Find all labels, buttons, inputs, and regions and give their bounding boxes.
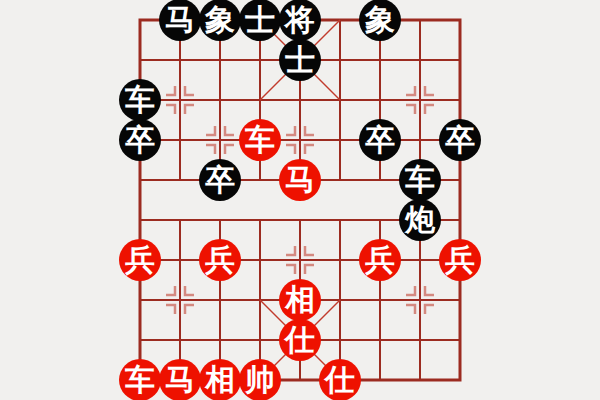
red-soldier[interactable]: 兵 <box>359 239 401 281</box>
red-elephant[interactable]: 相 <box>199 359 241 400</box>
black-horse[interactable]: 马 <box>159 0 201 41</box>
red-soldier[interactable]: 兵 <box>439 239 481 281</box>
xiangqi-board-screenshot: 马象士将象士车卒车卒卒卒马车炮兵兵兵兵相仕车马相帅仕 <box>0 0 600 400</box>
red-advisor[interactable]: 仕 <box>279 319 321 361</box>
black-soldier[interactable]: 卒 <box>359 119 401 161</box>
red-soldier[interactable]: 兵 <box>199 239 241 281</box>
black-advisor[interactable]: 士 <box>279 39 321 81</box>
black-general[interactable]: 将 <box>279 0 321 41</box>
red-horse[interactable]: 马 <box>279 159 321 201</box>
red-chariot[interactable]: 车 <box>239 119 281 161</box>
black-chariot[interactable]: 车 <box>399 159 441 201</box>
black-soldier[interactable]: 卒 <box>199 159 241 201</box>
red-soldier[interactable]: 兵 <box>119 239 161 281</box>
red-chariot[interactable]: 车 <box>119 359 161 400</box>
red-elephant[interactable]: 相 <box>279 279 321 321</box>
red-advisor[interactable]: 仕 <box>319 359 361 400</box>
black-elephant[interactable]: 象 <box>359 0 401 41</box>
red-horse[interactable]: 马 <box>159 359 201 400</box>
black-cannon[interactable]: 炮 <box>399 199 441 241</box>
black-elephant[interactable]: 象 <box>199 0 241 41</box>
black-advisor[interactable]: 士 <box>239 0 281 41</box>
black-soldier[interactable]: 卒 <box>119 119 161 161</box>
black-soldier[interactable]: 卒 <box>439 119 481 161</box>
red-general[interactable]: 帅 <box>239 359 281 400</box>
black-chariot[interactable]: 车 <box>119 79 161 121</box>
